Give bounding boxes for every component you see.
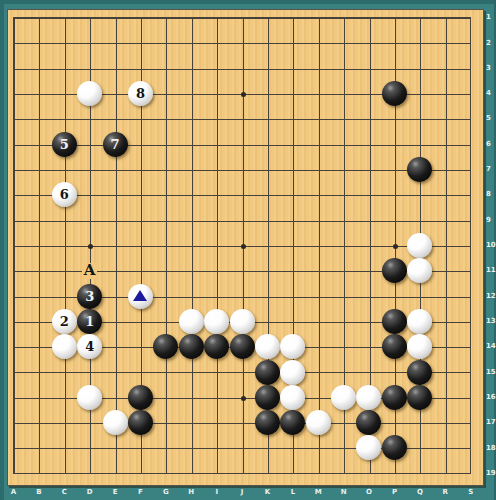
- col-label-E: E: [108, 489, 122, 496]
- move-number: 6: [60, 188, 69, 201]
- black-stone-F16[interactable]: [128, 385, 153, 410]
- white-stone-C13[interactable]: 2: [52, 309, 77, 334]
- col-label-R: R: [438, 489, 452, 496]
- white-stone-Q14[interactable]: [407, 334, 432, 359]
- row-label-10: 10: [486, 242, 496, 249]
- row-label-15: 15: [486, 369, 496, 376]
- white-stone-Q10[interactable]: [407, 233, 432, 258]
- row-label-11: 11: [486, 267, 496, 274]
- black-stone-D13[interactable]: 1: [77, 309, 102, 334]
- black-stone-G14[interactable]: [153, 334, 178, 359]
- white-stone-N16[interactable]: [331, 385, 356, 410]
- black-stone-J14[interactable]: [230, 334, 255, 359]
- row-label-12: 12: [486, 293, 496, 300]
- move-number: 3: [85, 290, 94, 303]
- row-label-13: 13: [486, 318, 496, 325]
- col-label-I: I: [210, 489, 224, 496]
- black-stone-D12[interactable]: 3: [77, 284, 102, 309]
- row-label-3: 3: [486, 65, 496, 72]
- black-stone-K15[interactable]: [255, 360, 280, 385]
- black-stone-P16[interactable]: [382, 385, 407, 410]
- col-label-P: P: [388, 489, 402, 496]
- move-number: 7: [111, 138, 120, 151]
- col-label-F: F: [134, 489, 148, 496]
- white-stone-Q13[interactable]: [407, 309, 432, 334]
- white-stone-M17[interactable]: [306, 410, 331, 435]
- black-stone-P11[interactable]: [382, 258, 407, 283]
- black-stone-O17[interactable]: [356, 410, 381, 435]
- col-label-C: C: [57, 489, 71, 496]
- row-label-2: 2: [486, 40, 496, 47]
- black-stone-E6[interactable]: 7: [103, 132, 128, 157]
- point-label-A: A: [82, 263, 98, 279]
- white-stone-C14[interactable]: [52, 334, 77, 359]
- row-label-9: 9: [486, 217, 496, 224]
- white-stone-I13[interactable]: [204, 309, 229, 334]
- row-label-18: 18: [486, 445, 496, 452]
- black-stone-P4[interactable]: [382, 81, 407, 106]
- black-stone-K16[interactable]: [255, 385, 280, 410]
- row-label-16: 16: [486, 394, 496, 401]
- col-label-O: O: [362, 489, 376, 496]
- row-label-14: 14: [486, 343, 496, 350]
- move-number: 2: [60, 315, 69, 328]
- black-stone-Q16[interactable]: [407, 385, 432, 410]
- white-stone-D16[interactable]: [77, 385, 102, 410]
- black-stone-F17[interactable]: [128, 410, 153, 435]
- col-label-G: G: [159, 489, 173, 496]
- black-stone-P13[interactable]: [382, 309, 407, 334]
- row-label-6: 6: [486, 141, 496, 148]
- move-number: 1: [85, 315, 94, 328]
- white-stone-F12[interactable]: [128, 284, 153, 309]
- go-diagram-page: 8576A3214 ABCDEFGHIJKLMNOPQRS12345678910…: [0, 0, 496, 500]
- col-label-M: M: [311, 489, 325, 496]
- black-stone-Q15[interactable]: [407, 360, 432, 385]
- white-stone-E17[interactable]: [103, 410, 128, 435]
- white-stone-O18[interactable]: [356, 435, 381, 460]
- white-stone-F4[interactable]: 8: [128, 81, 153, 106]
- col-label-H: H: [184, 489, 198, 496]
- white-stone-D4[interactable]: [77, 81, 102, 106]
- row-label-8: 8: [486, 191, 496, 198]
- frame-top-edge: [0, 0, 496, 4]
- col-label-N: N: [337, 489, 351, 496]
- black-stone-P14[interactable]: [382, 334, 407, 359]
- white-stone-Q11[interactable]: [407, 258, 432, 283]
- white-stone-J13[interactable]: [230, 309, 255, 334]
- move-number: 8: [136, 87, 145, 100]
- row-label-1: 1: [486, 14, 496, 21]
- col-label-D: D: [83, 489, 97, 496]
- col-label-Q: Q: [413, 489, 427, 496]
- black-stone-L17[interactable]: [280, 410, 305, 435]
- row-label-17: 17: [486, 419, 496, 426]
- col-label-B: B: [32, 489, 46, 496]
- col-label-K: K: [261, 489, 275, 496]
- black-stone-P18[interactable]: [382, 435, 407, 460]
- col-label-J: J: [235, 489, 249, 496]
- black-stone-K17[interactable]: [255, 410, 280, 435]
- black-stone-Q7[interactable]: [407, 157, 432, 182]
- black-stone-H14[interactable]: [179, 334, 204, 359]
- black-stone-C6[interactable]: 5: [52, 132, 77, 157]
- white-stone-O16[interactable]: [356, 385, 381, 410]
- row-label-19: 19: [486, 470, 496, 477]
- goban-grid[interactable]: 8576A3214: [1, 5, 483, 486]
- row-label-7: 7: [486, 166, 496, 173]
- white-stone-K14[interactable]: [255, 334, 280, 359]
- col-label-S: S: [464, 489, 478, 496]
- white-stone-C8[interactable]: 6: [52, 182, 77, 207]
- row-label-4: 4: [486, 90, 496, 97]
- move-number: 5: [60, 138, 69, 151]
- black-stone-I14[interactable]: [204, 334, 229, 359]
- col-label-A: A: [7, 489, 21, 496]
- white-stone-H13[interactable]: [179, 309, 204, 334]
- col-label-L: L: [286, 489, 300, 496]
- white-stone-L14[interactable]: [280, 334, 305, 359]
- white-stone-D14[interactable]: 4: [77, 334, 102, 359]
- move-number: 4: [85, 340, 94, 353]
- triangle-marker-icon: [133, 290, 147, 301]
- white-stone-L16[interactable]: [280, 385, 305, 410]
- white-stone-L15[interactable]: [280, 360, 305, 385]
- row-label-5: 5: [486, 115, 496, 122]
